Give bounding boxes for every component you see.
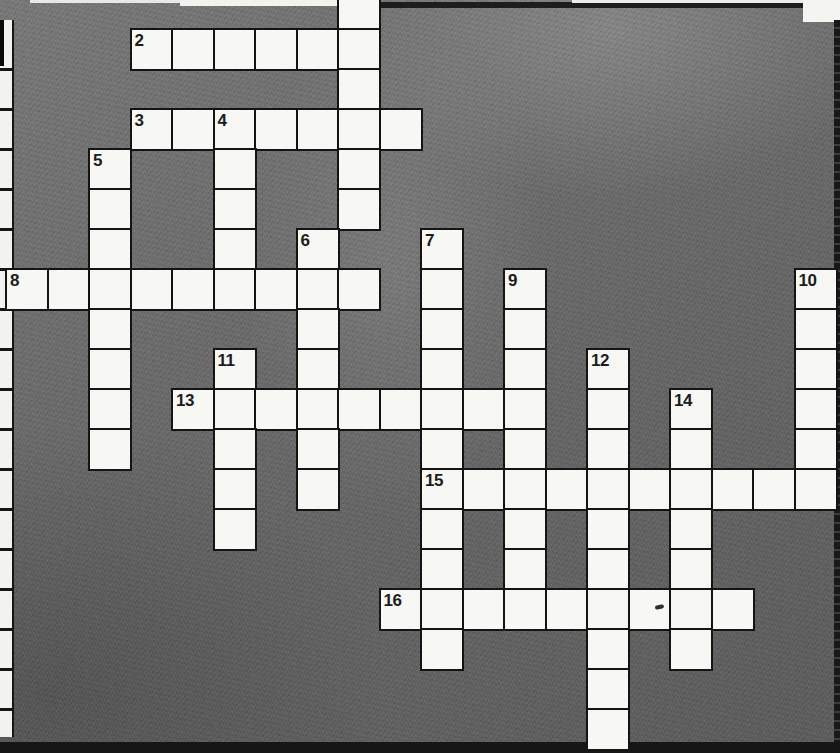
left-strip-row-line [0,108,12,111]
clue-number-11: 11 [218,351,235,371]
cell-r7c8[interactable] [337,268,381,311]
cell-r16c16[interactable] [669,628,713,671]
cell-r9c10[interactable] [420,348,464,391]
left-strip-row-line [0,628,12,631]
cell-r7c2[interactable] [88,268,132,311]
cell-r8c10[interactable] [420,308,464,351]
cell-r11c16[interactable] [669,428,713,471]
cell-r10c2[interactable] [88,388,132,431]
cell-r1c4[interactable] [171,28,215,71]
clue-number-13: 13 [176,391,194,411]
cell-r8c19[interactable] [794,308,838,351]
clue-number-7: 7 [425,231,434,251]
cell-r6c2[interactable] [88,228,132,271]
left-strip-row-line [0,708,12,711]
cell-r7c1[interactable] [47,268,91,311]
cell-r13c5[interactable] [213,508,257,551]
cell-r15c12[interactable] [503,588,547,631]
cell-r15c9[interactable]: 16 [379,588,423,631]
cell-r12c13[interactable] [545,468,589,511]
clue-number-16: 16 [384,591,402,611]
cell-r3c6[interactable] [254,108,298,151]
cell-r1c3[interactable]: 2 [130,28,174,71]
cell-r13c12[interactable] [503,508,547,551]
puzzle-bottom-border [0,742,840,753]
cell-r14c14[interactable] [586,548,630,591]
clue-number-14: 14 [674,391,692,411]
cell-r7c10[interactable] [420,268,464,311]
left-strip-row-line [0,548,12,551]
cell-r7c0[interactable]: 8 [5,268,49,311]
cell-r10c19[interactable] [794,388,838,431]
cell-r10c5[interactable] [213,388,257,431]
cell-r3c7[interactable] [296,108,340,151]
cell-r9c5[interactable]: 11 [213,348,257,391]
cell-r10c14[interactable] [586,388,630,431]
cell-r10c4[interactable]: 13 [171,388,215,431]
crossword-page: 2345678910111213141516 [0,0,840,753]
cell-r0c8[interactable] [337,0,381,31]
cell-r4c8[interactable] [337,148,381,191]
cell-r9c14[interactable]: 12 [586,348,630,391]
cell-r5c2[interactable] [88,188,132,231]
top-edge-cut-cell-strip-thin [30,0,180,3]
cell-r4c2[interactable]: 5 [88,148,132,191]
clue-number-4: 4 [218,111,227,131]
cell-r9c19[interactable] [794,348,838,391]
cell-r18c14[interactable] [586,708,630,751]
cell-r9c12[interactable] [503,348,547,391]
left-strip-row-line [0,348,12,351]
clue-number-6: 6 [301,231,310,251]
cell-r10c6[interactable] [254,388,298,431]
left-strip-row-line [0,388,12,391]
cell-r14c12[interactable] [503,548,547,591]
cell-r11c14[interactable] [586,428,630,471]
cell-r13c14[interactable] [586,508,630,551]
clue-number-12: 12 [591,351,609,371]
cell-r12c12[interactable] [503,468,547,511]
cell-r12c18[interactable] [752,468,796,511]
cell-r12c19[interactable] [794,468,838,511]
page-corner-white [803,0,840,22]
cell-r15c17[interactable] [711,588,755,631]
cell-r3c5[interactable]: 4 [213,108,257,151]
cell-r7c19[interactable]: 10 [794,268,838,311]
cell-r14c10[interactable] [420,548,464,591]
page-edge-white-line [572,0,803,3]
cell-r1c6[interactable] [254,28,298,71]
cell-r11c7[interactable] [296,428,340,471]
cell-r13c16[interactable] [669,508,713,551]
left-strip-row-line [0,468,12,471]
cell-r3c3[interactable]: 3 [130,108,174,151]
cell-r7c3[interactable] [130,268,174,311]
left-strip-row-line [0,188,12,191]
cell-r15c11[interactable] [462,588,506,631]
clue-number-2: 2 [135,31,144,51]
cell-r10c7[interactable] [296,388,340,431]
cell-r9c2[interactable] [88,348,132,391]
cell-r12c5[interactable] [213,468,257,511]
cell-r8c2[interactable] [88,308,132,351]
clue-number-3: 3 [135,111,144,131]
cell-r13c10[interactable] [420,508,464,551]
cell-r15c16[interactable] [669,588,713,631]
clue-number-5: 5 [93,151,102,171]
cell-r7c4[interactable] [171,268,215,311]
cell-r12c10[interactable]: 15 [420,468,464,511]
cell-r12c14[interactable] [586,468,630,511]
left-strip-row-line [0,228,12,231]
clue-number-10: 10 [799,271,817,291]
cell-r3c9[interactable] [379,108,423,151]
cell-r11c12[interactable] [503,428,547,471]
cell-r15c13[interactable] [545,588,589,631]
cell-r5c5[interactable] [213,188,257,231]
cell-r8c7[interactable] [296,308,340,351]
cell-r10c10[interactable] [420,388,464,431]
cell-r7c5[interactable] [213,268,257,311]
cell-r6c5[interactable] [213,228,257,271]
cell-r10c12[interactable] [503,388,547,431]
cell-r12c15[interactable] [628,468,672,511]
cell-r14c16[interactable] [669,548,713,591]
cell-r15c14[interactable] [586,588,630,631]
cell-r16c14[interactable] [586,628,630,671]
cell-r8c12[interactable] [503,308,547,351]
cell-r15c10[interactable] [420,588,464,631]
clue-number-15: 15 [425,471,443,491]
cell-r1c7[interactable] [296,28,340,71]
cell-r3c8[interactable] [337,108,381,151]
cell-r11c2[interactable] [88,428,132,471]
cell-r2c8[interactable] [337,68,381,111]
cell-r1c5[interactable] [213,28,257,71]
cell-r11c19[interactable] [794,428,838,471]
cell-r10c11[interactable] [462,388,506,431]
clue-number-8: 8 [10,271,19,291]
cell-r7c7[interactable] [296,268,340,311]
left-strip-row-line [0,68,12,71]
cell-r12c17[interactable] [711,468,755,511]
cell-r10c16[interactable]: 14 [669,388,713,431]
cell-r10c8[interactable] [337,388,381,431]
left-strip-row-line [0,508,12,511]
left-strip-row-line [0,428,12,431]
cell-r12c11[interactable] [462,468,506,511]
cell-r7c6[interactable] [254,268,298,311]
cell-r12c16[interactable] [669,468,713,511]
cell-r10c9[interactable] [379,388,423,431]
clue-number-9: 9 [508,271,517,291]
cell-r6c10[interactable]: 7 [420,228,464,271]
left-strip-row-line [0,148,12,151]
cell-r7c12[interactable]: 9 [503,268,547,311]
left-edge-ink-blob [0,20,4,66]
cell-r15c15[interactable] [628,588,672,631]
cell-r12c7[interactable] [296,468,340,511]
cell-r4c5[interactable] [213,148,257,191]
cell-r17c14[interactable] [586,668,630,711]
cell-r5c8[interactable] [337,188,381,231]
cell-r11c5[interactable] [213,428,257,471]
left-strip-row-line [0,588,12,591]
cell-r6c7[interactable]: 6 [296,228,340,271]
cell-r11c10[interactable] [420,428,464,471]
cell-r3c4[interactable] [171,108,215,151]
left-edge-cut-cell-strip [0,20,14,737]
cell-r1c8[interactable] [337,28,381,71]
cell-r16c10[interactable] [420,628,464,671]
cell-r9c7[interactable] [296,348,340,391]
left-strip-row-line [0,668,12,671]
